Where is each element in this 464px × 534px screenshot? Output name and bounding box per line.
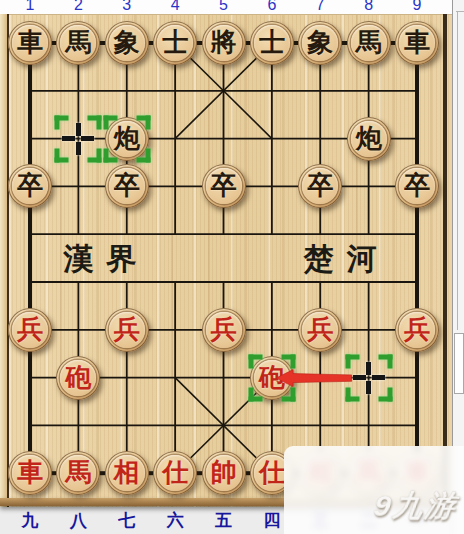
- watermark-logo: 9九游: [371, 486, 459, 527]
- xiangqi-game-window: 123456789 九八七六五四三二一 漢界 楚河 車馬象士將士象馬車炮炮卒卒卒…: [0, 0, 464, 534]
